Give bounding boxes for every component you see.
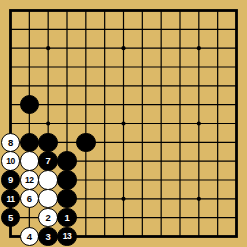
- stone-black: [20, 95, 39, 114]
- stone-white-4: 4: [20, 227, 39, 246]
- stone-label: 7: [46, 156, 51, 166]
- stone-white: [38, 189, 57, 208]
- stone-label: 4: [27, 232, 32, 242]
- stone-label: 13: [63, 232, 71, 241]
- stone-black-9: 9: [1, 170, 20, 189]
- stones-layer: 81079121165214313: [1, 1, 246, 246]
- stone-label: 12: [25, 176, 33, 185]
- stone-label: 3: [46, 232, 51, 242]
- stone-white: [20, 151, 39, 170]
- stone-label: 6: [27, 194, 32, 204]
- stone-black-5: 5: [1, 208, 20, 227]
- stone-label: 1: [64, 213, 69, 223]
- stone-black-11: 11: [1, 189, 20, 208]
- stone-black: [57, 189, 76, 208]
- stone-black: [57, 151, 76, 170]
- stone-white-12: 12: [20, 170, 39, 189]
- stone-label: 9: [8, 175, 13, 185]
- stone-black-1: 1: [57, 208, 76, 227]
- stone-black: [76, 133, 95, 152]
- stone-label: 8: [8, 138, 13, 148]
- stone-label: 10: [6, 157, 14, 166]
- go-board[interactable]: 81079121165214313: [0, 0, 247, 247]
- stone-black-13: 13: [57, 227, 76, 246]
- stone-label: 2: [46, 213, 51, 223]
- stone-white: [38, 170, 57, 189]
- stone-black: [57, 170, 76, 189]
- stone-white-8: 8: [1, 133, 20, 152]
- stone-white-2: 2: [38, 208, 57, 227]
- stone-black-3: 3: [38, 227, 57, 246]
- stone-white-10: 10: [1, 151, 20, 170]
- stone-black: [38, 133, 57, 152]
- stone-black: [20, 133, 39, 152]
- stone-label: 5: [8, 213, 13, 223]
- stone-label: 11: [6, 195, 14, 204]
- stone-black-7: 7: [38, 151, 57, 170]
- stone-white-6: 6: [20, 189, 39, 208]
